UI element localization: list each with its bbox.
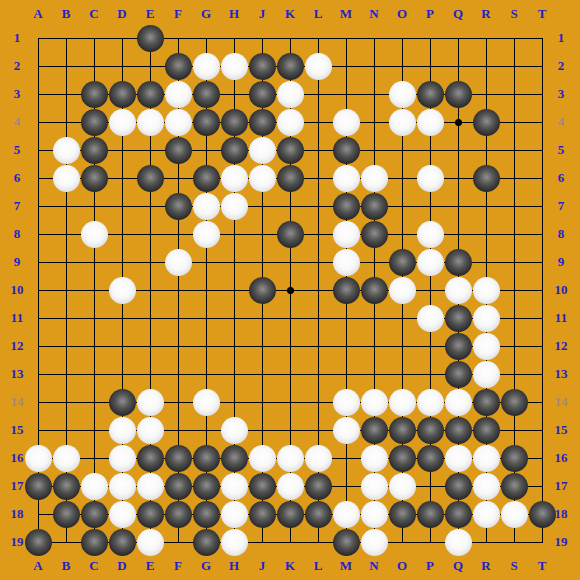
col-label-bottom-Q: Q xyxy=(446,559,470,573)
col-label-bottom-L: L xyxy=(306,559,330,573)
row-label-right-15: 15 xyxy=(549,423,573,437)
stone-black-G17[interactable] xyxy=(193,473,220,500)
stone-black-C6[interactable] xyxy=(81,165,108,192)
row-label-left-13: 13 xyxy=(5,367,29,381)
stone-black-M19[interactable] xyxy=(333,529,360,556)
stone-black-Q3[interactable] xyxy=(445,81,472,108)
stone-white-F3[interactable] xyxy=(165,81,192,108)
stone-black-C19[interactable] xyxy=(81,529,108,556)
row-label-right-16: 16 xyxy=(549,451,573,465)
row-label-left-12: 12 xyxy=(5,339,29,353)
stone-black-F7[interactable] xyxy=(165,193,192,220)
stone-white-N17[interactable] xyxy=(361,473,388,500)
stone-black-F2[interactable] xyxy=(165,53,192,80)
stone-black-Q12[interactable] xyxy=(445,333,472,360)
row-label-left-4: 4 xyxy=(5,115,29,129)
col-label-top-A: A xyxy=(26,7,50,21)
stone-white-D10[interactable] xyxy=(109,277,136,304)
row-label-left-14: 14 xyxy=(5,395,29,409)
stone-white-P4[interactable] xyxy=(417,109,444,136)
stone-white-H15[interactable] xyxy=(221,417,248,444)
stone-black-B17[interactable] xyxy=(53,473,80,500)
col-label-top-K: K xyxy=(278,7,302,21)
stone-black-K6[interactable] xyxy=(277,165,304,192)
col-label-top-G: G xyxy=(194,7,218,21)
stone-black-N15[interactable] xyxy=(361,417,388,444)
stone-white-G8[interactable] xyxy=(193,221,220,248)
stone-black-N10[interactable] xyxy=(361,277,388,304)
stone-white-J16[interactable] xyxy=(249,445,276,472)
stone-white-E14[interactable] xyxy=(137,389,164,416)
stone-black-J3[interactable] xyxy=(249,81,276,108)
col-label-bottom-R: R xyxy=(474,559,498,573)
stone-black-Q9[interactable] xyxy=(445,249,472,276)
stone-white-M14[interactable] xyxy=(333,389,360,416)
stone-white-K17[interactable] xyxy=(277,473,304,500)
row-label-left-10: 10 xyxy=(5,283,29,297)
col-label-bottom-N: N xyxy=(362,559,386,573)
star-point-Q4 xyxy=(455,119,462,126)
col-label-top-C: C xyxy=(82,7,106,21)
stone-white-N16[interactable] xyxy=(361,445,388,472)
col-label-top-R: R xyxy=(474,7,498,21)
row-label-right-4: 4 xyxy=(549,115,573,129)
stone-white-G14[interactable] xyxy=(193,389,220,416)
row-label-left-8: 8 xyxy=(5,227,29,241)
stone-white-Q14[interactable] xyxy=(445,389,472,416)
stone-black-O15[interactable] xyxy=(389,417,416,444)
stone-black-O16[interactable] xyxy=(389,445,416,472)
col-label-top-T: T xyxy=(530,7,554,21)
row-label-left-9: 9 xyxy=(5,255,29,269)
stone-white-H18[interactable] xyxy=(221,501,248,528)
col-label-bottom-C: C xyxy=(82,559,106,573)
stone-white-G2[interactable] xyxy=(193,53,220,80)
stone-black-C4[interactable] xyxy=(81,109,108,136)
stone-black-J2[interactable] xyxy=(249,53,276,80)
row-label-right-13: 13 xyxy=(549,367,573,381)
stone-white-J6[interactable] xyxy=(249,165,276,192)
stone-white-O14[interactable] xyxy=(389,389,416,416)
stone-white-M8[interactable] xyxy=(333,221,360,248)
stone-black-S16[interactable] xyxy=(501,445,528,472)
stone-white-L2[interactable] xyxy=(305,53,332,80)
stone-white-H19[interactable] xyxy=(221,529,248,556)
stone-black-A19[interactable] xyxy=(25,529,52,556)
stone-black-J10[interactable] xyxy=(249,277,276,304)
stone-black-J4[interactable] xyxy=(249,109,276,136)
stone-black-Q18[interactable] xyxy=(445,501,472,528)
stone-white-N18[interactable] xyxy=(361,501,388,528)
stone-black-P18[interactable] xyxy=(417,501,444,528)
stone-white-O17[interactable] xyxy=(389,473,416,500)
stone-black-S17[interactable] xyxy=(501,473,528,500)
stone-white-B16[interactable] xyxy=(53,445,80,472)
row-label-right-14: 14 xyxy=(549,395,573,409)
col-label-top-D: D xyxy=(110,7,134,21)
stone-black-E6[interactable] xyxy=(137,165,164,192)
stone-white-R12[interactable] xyxy=(473,333,500,360)
stone-white-E15[interactable] xyxy=(137,417,164,444)
stone-black-K2[interactable] xyxy=(277,53,304,80)
stone-white-G7[interactable] xyxy=(193,193,220,220)
col-label-bottom-T: T xyxy=(530,559,554,573)
col-label-bottom-F: F xyxy=(166,559,190,573)
stone-black-Q11[interactable] xyxy=(445,305,472,332)
stone-black-N7[interactable] xyxy=(361,193,388,220)
stone-black-F18[interactable] xyxy=(165,501,192,528)
stone-white-M15[interactable] xyxy=(333,417,360,444)
stone-black-R15[interactable] xyxy=(473,417,500,444)
col-label-top-S: S xyxy=(502,7,526,21)
stone-black-L18[interactable] xyxy=(305,501,332,528)
stone-black-G19[interactable] xyxy=(193,529,220,556)
stone-black-L17[interactable] xyxy=(305,473,332,500)
col-label-top-B: B xyxy=(54,7,78,21)
stone-white-D16[interactable] xyxy=(109,445,136,472)
stone-black-G4[interactable] xyxy=(193,109,220,136)
stone-black-G16[interactable] xyxy=(193,445,220,472)
stone-black-A17[interactable] xyxy=(25,473,52,500)
row-label-right-11: 11 xyxy=(549,311,573,325)
stone-white-H2[interactable] xyxy=(221,53,248,80)
stone-white-R10[interactable] xyxy=(473,277,500,304)
stone-black-P3[interactable] xyxy=(417,81,444,108)
stone-white-R18[interactable] xyxy=(473,501,500,528)
col-label-top-J: J xyxy=(250,7,274,21)
stone-black-G6[interactable] xyxy=(193,165,220,192)
stone-black-H16[interactable] xyxy=(221,445,248,472)
stone-black-Q17[interactable] xyxy=(445,473,472,500)
row-label-left-3: 3 xyxy=(5,87,29,101)
stone-black-P16[interactable] xyxy=(417,445,444,472)
stone-black-R4[interactable] xyxy=(473,109,500,136)
stone-white-N6[interactable] xyxy=(361,165,388,192)
stone-white-Q10[interactable] xyxy=(445,277,472,304)
stone-white-O4[interactable] xyxy=(389,109,416,136)
col-label-bottom-H: H xyxy=(222,559,246,573)
row-label-right-8: 8 xyxy=(549,227,573,241)
row-label-left-5: 5 xyxy=(5,143,29,157)
col-label-top-M: M xyxy=(334,7,358,21)
stone-white-R17[interactable] xyxy=(473,473,500,500)
stone-white-A16[interactable] xyxy=(25,445,52,472)
star-point-K10 xyxy=(287,287,294,294)
col-label-top-Q: Q xyxy=(446,7,470,21)
stone-black-E18[interactable] xyxy=(137,501,164,528)
stone-white-P14[interactable] xyxy=(417,389,444,416)
stone-white-R13[interactable] xyxy=(473,361,500,388)
stone-white-J5[interactable] xyxy=(249,137,276,164)
stone-white-R16[interactable] xyxy=(473,445,500,472)
stone-white-F9[interactable] xyxy=(165,249,192,276)
stone-black-F5[interactable] xyxy=(165,137,192,164)
row-label-left-18: 18 xyxy=(5,507,29,521)
stone-black-F17[interactable] xyxy=(165,473,192,500)
col-label-top-F: F xyxy=(166,7,190,21)
stone-black-E16[interactable] xyxy=(137,445,164,472)
stone-black-K5[interactable] xyxy=(277,137,304,164)
stone-black-Q13[interactable] xyxy=(445,361,472,388)
stone-white-M9[interactable] xyxy=(333,249,360,276)
col-label-top-L: L xyxy=(306,7,330,21)
row-label-right-17: 17 xyxy=(549,479,573,493)
stone-black-R14[interactable] xyxy=(473,389,500,416)
stone-black-H5[interactable] xyxy=(221,137,248,164)
stone-white-P11[interactable] xyxy=(417,305,444,332)
row-label-left-1: 1 xyxy=(5,31,29,45)
go-board-app: AABBCCDDEEFFGGHHJJKKLLMMNNOOPPQQRRSSTT11… xyxy=(0,0,580,580)
col-label-bottom-P: P xyxy=(418,559,442,573)
stone-black-M5[interactable] xyxy=(333,137,360,164)
stone-black-Q15[interactable] xyxy=(445,417,472,444)
row-label-left-2: 2 xyxy=(5,59,29,73)
col-label-top-E: E xyxy=(138,7,162,21)
col-label-top-N: N xyxy=(362,7,386,21)
stone-white-E19[interactable] xyxy=(137,529,164,556)
stone-black-C18[interactable] xyxy=(81,501,108,528)
row-label-right-10: 10 xyxy=(549,283,573,297)
stone-black-D14[interactable] xyxy=(109,389,136,416)
stone-black-K18[interactable] xyxy=(277,501,304,528)
stone-black-M10[interactable] xyxy=(333,277,360,304)
stone-black-G3[interactable] xyxy=(193,81,220,108)
col-label-bottom-E: E xyxy=(138,559,162,573)
stone-white-Q19[interactable] xyxy=(445,529,472,556)
stone-white-Q16[interactable] xyxy=(445,445,472,472)
stone-white-H17[interactable] xyxy=(221,473,248,500)
stone-black-E1[interactable] xyxy=(137,25,164,52)
stone-black-O9[interactable] xyxy=(389,249,416,276)
row-label-right-7: 7 xyxy=(549,199,573,213)
col-label-bottom-D: D xyxy=(110,559,134,573)
row-label-right-6: 6 xyxy=(549,171,573,185)
row-label-right-9: 9 xyxy=(549,255,573,269)
stone-white-P6[interactable] xyxy=(417,165,444,192)
stone-black-B18[interactable] xyxy=(53,501,80,528)
stone-white-K4[interactable] xyxy=(277,109,304,136)
row-label-left-6: 6 xyxy=(5,171,29,185)
col-label-bottom-O: O xyxy=(390,559,414,573)
goban[interactable]: AABBCCDDEEFFGGHHJJKKLLMMNNOOPPQQRRSSTT11… xyxy=(0,0,580,580)
stone-white-B5[interactable] xyxy=(53,137,80,164)
stone-black-J17[interactable] xyxy=(249,473,276,500)
col-label-bottom-J: J xyxy=(250,559,274,573)
row-label-left-7: 7 xyxy=(5,199,29,213)
stone-white-P8[interactable] xyxy=(417,221,444,248)
col-label-top-H: H xyxy=(222,7,246,21)
stone-white-K16[interactable] xyxy=(277,445,304,472)
col-label-bottom-B: B xyxy=(54,559,78,573)
stone-black-N8[interactable] xyxy=(361,221,388,248)
stone-white-M18[interactable] xyxy=(333,501,360,528)
col-label-bottom-A: A xyxy=(26,559,50,573)
col-label-bottom-S: S xyxy=(502,559,526,573)
stone-white-C17[interactable] xyxy=(81,473,108,500)
row-label-right-19: 19 xyxy=(549,535,573,549)
stone-white-R11[interactable] xyxy=(473,305,500,332)
stone-black-R6[interactable] xyxy=(473,165,500,192)
col-label-bottom-K: K xyxy=(278,559,302,573)
stone-black-J18[interactable] xyxy=(249,501,276,528)
stone-black-D19[interactable] xyxy=(109,529,136,556)
row-label-left-11: 11 xyxy=(5,311,29,325)
stone-black-G18[interactable] xyxy=(193,501,220,528)
stone-white-D4[interactable] xyxy=(109,109,136,136)
stone-black-H4[interactable] xyxy=(221,109,248,136)
stone-white-M6[interactable] xyxy=(333,165,360,192)
row-label-right-1: 1 xyxy=(549,31,573,45)
row-label-right-5: 5 xyxy=(549,143,573,157)
stone-white-P9[interactable] xyxy=(417,249,444,276)
stone-black-S14[interactable] xyxy=(501,389,528,416)
stone-white-L16[interactable] xyxy=(305,445,332,472)
col-label-bottom-M: M xyxy=(334,559,358,573)
row-label-right-12: 12 xyxy=(549,339,573,353)
col-label-top-O: O xyxy=(390,7,414,21)
stone-white-N19[interactable] xyxy=(361,529,388,556)
stone-white-H6[interactable] xyxy=(221,165,248,192)
row-label-right-2: 2 xyxy=(549,59,573,73)
stone-white-K3[interactable] xyxy=(277,81,304,108)
stone-white-D15[interactable] xyxy=(109,417,136,444)
stone-white-N14[interactable] xyxy=(361,389,388,416)
row-label-right-3: 3 xyxy=(549,87,573,101)
stone-white-C8[interactable] xyxy=(81,221,108,248)
stone-black-E3[interactable] xyxy=(137,81,164,108)
stone-white-E4[interactable] xyxy=(137,109,164,136)
col-label-top-P: P xyxy=(418,7,442,21)
stone-white-O10[interactable] xyxy=(389,277,416,304)
stone-white-S18[interactable] xyxy=(501,501,528,528)
stone-black-D3[interactable] xyxy=(109,81,136,108)
stone-black-O18[interactable] xyxy=(389,501,416,528)
row-label-left-15: 15 xyxy=(5,423,29,437)
stone-white-D17[interactable] xyxy=(109,473,136,500)
stone-white-F4[interactable] xyxy=(165,109,192,136)
stone-white-M4[interactable] xyxy=(333,109,360,136)
stone-black-F16[interactable] xyxy=(165,445,192,472)
col-label-bottom-G: G xyxy=(194,559,218,573)
stone-white-E17[interactable] xyxy=(137,473,164,500)
stone-black-P15[interactable] xyxy=(417,417,444,444)
stone-black-T18[interactable] xyxy=(529,501,556,528)
stone-white-B6[interactable] xyxy=(53,165,80,192)
stone-black-C5[interactable] xyxy=(81,137,108,164)
stone-white-D18[interactable] xyxy=(109,501,136,528)
stone-black-K8[interactable] xyxy=(277,221,304,248)
stone-black-C3[interactable] xyxy=(81,81,108,108)
stone-white-O3[interactable] xyxy=(389,81,416,108)
stone-white-H7[interactable] xyxy=(221,193,248,220)
stone-black-M7[interactable] xyxy=(333,193,360,220)
